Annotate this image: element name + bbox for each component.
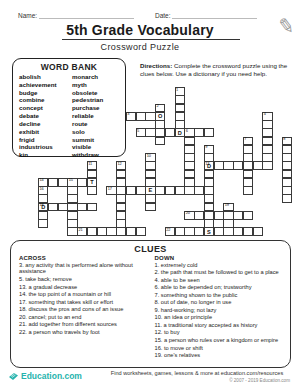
clue-item: 17. something that takes skill or effort [19,299,147,306]
clue-number: 9 [205,145,207,149]
across-header: ACROSS [19,255,147,261]
clue-item: 15. a person who rules over a kingdom or… [155,337,283,344]
grid-cell[interactable] [87,186,97,195]
clue-number: 1 [176,88,178,92]
clue-number: 11 [88,162,92,166]
grid-cell[interactable] [87,203,97,212]
clue-item: 2. the path that must be followed to get… [155,269,283,276]
clue-item: 14. the top point of a mountain or hill [19,291,147,298]
name-label: Name: [18,12,37,19]
clues-title: CLUES [19,244,282,254]
clue-number: 3 [127,112,129,116]
clue-item: 8. out of date, no longer in use [155,299,283,306]
grid-cell[interactable] [204,128,214,137]
page-title: 5th Grade Vocabulary [0,22,280,38]
clue-number: 8 [283,137,285,141]
grid-cell[interactable] [136,227,146,236]
clue-item: 7. something shown to the public [155,292,283,299]
clue-item: 22. a person who travels by foot [19,329,147,336]
clue-item: 1. extremely cold [155,262,283,269]
word-bank-title: WORD BANK [19,62,119,72]
clue-number: 16 [39,187,43,191]
title-underline [62,39,240,40]
grid-cell[interactable] [253,227,263,236]
given-letter: D [205,162,213,169]
directions-text: Directions: Complete the crossword puzzl… [140,62,294,78]
date-label: Date: [155,12,171,19]
clue-item: 19. one's relatives [155,352,283,359]
footer-promo-text: Find worksheets, games, lessons & more a… [100,370,294,376]
clue-item: 11. a traditional story accepted as hist… [155,322,283,329]
directions-label: Directions: [140,62,172,69]
given-letter: S [205,228,213,235]
name-field-label: Name: [18,12,134,19]
education-logo[interactable]: Education.com [8,371,82,381]
clue-number: 6 [186,129,188,133]
clue-item: 13. a gradual decrease [19,284,147,291]
down-clue-list: 1. extremely cold2. the path that must b… [155,262,283,360]
across-clues-column: ACROSS 3. any activity that is performed… [19,255,147,360]
given-letter: E [146,187,154,194]
grid-cell[interactable] [262,161,272,170]
clue-number: 12 [117,162,121,166]
down-header: DOWN [155,255,283,261]
clues-box: CLUES ACROSS 3. any activity that is per… [10,240,291,368]
grid-cell[interactable] [243,186,253,195]
grid-cell[interactable] [38,219,48,228]
grid-cell[interactable] [145,203,155,212]
clue-item: 9. hard-working; not lazy [155,307,283,314]
across-clue-list: 3. any activity that is performed alone … [19,262,147,336]
clue-number: 17 [108,187,112,191]
clue-number: 7 [244,137,246,141]
education-logo-text: Education.com [21,371,82,381]
word-bank-word: abolish [19,73,66,81]
clue-item: 6. able to be depended on; trustworthy [155,284,283,291]
worksheet-page: Name: Date: ✎ 5th Grade Vocabulary Cross… [0,0,301,390]
education-logo-icon [8,372,19,381]
clue-number: 22 [166,228,170,232]
clue-number: 14 [39,178,43,182]
clue-number: 20 [186,211,190,215]
clue-number: 10 [147,154,151,158]
footer-copyright: © 2007 - 2019 Education.com [100,378,290,383]
grid-cell[interactable] [282,194,292,203]
crossword-grid: 123O45D678910111213D1415T1617E18D1920212… [38,87,294,237]
date-field-label: Date: [155,12,257,19]
clue-number: 4 [264,112,266,116]
clue-item: 4. able to be seen [155,277,283,284]
clue-item: 18. discuss the pros and cons of an issu… [19,306,147,313]
given-letter: D [39,204,47,211]
given-letter: T [88,179,96,186]
given-letter: O [156,113,164,120]
given-letter: D [176,129,184,136]
clue-item: 12. to buy [155,329,283,336]
word-bank-word: monarch [72,73,119,81]
page-subtitle: Crossword Puzzle [0,42,280,52]
clue-number: 15 [69,178,73,182]
clue-item: 5. take back; remove [19,276,147,283]
clue-number: 21 [78,228,82,232]
name-blank-line[interactable] [39,12,134,19]
grid-cell[interactable] [155,137,165,146]
clue-number: 2 [156,104,158,108]
clue-item: 21. add together from different sources [19,321,147,328]
clue-item: 16. to move or shift [155,345,283,352]
clue-item: 20. cancel; put to an end [19,314,147,321]
clue-item: 10. an idea or principle [155,314,283,321]
clue-item: 3. any activity that is performed alone … [19,262,147,276]
down-clues-column: DOWN 1. extremely cold2. the path that m… [155,255,283,360]
date-blank-line[interactable] [172,12,257,19]
grid-cell[interactable] [243,211,253,220]
clue-number: 19 [225,203,229,207]
clue-number: 5 [137,129,139,133]
